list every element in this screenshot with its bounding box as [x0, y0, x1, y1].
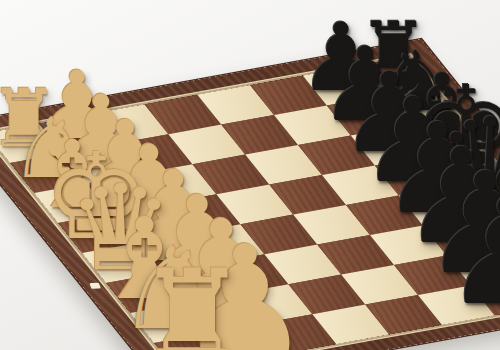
piece-white-rook-a1[interactable]: ♜ — [136, 253, 248, 350]
photo-backdrop: ♜♞♝♛♚♝♞♜♟♟♟♟♟♟♟♟♟♟♟♟♟♟♟♟♜♞♝♛♚♝♞♜ — [0, 0, 500, 350]
piece-black-pawn-a7[interactable]: ♟ — [443, 177, 500, 325]
pieces-layer: ♜♞♝♛♚♝♞♜♟♟♟♟♟♟♟♟♟♟♟♟♟♟♟♟♜♞♝♛♚♝♞♜ — [0, 0, 500, 350]
